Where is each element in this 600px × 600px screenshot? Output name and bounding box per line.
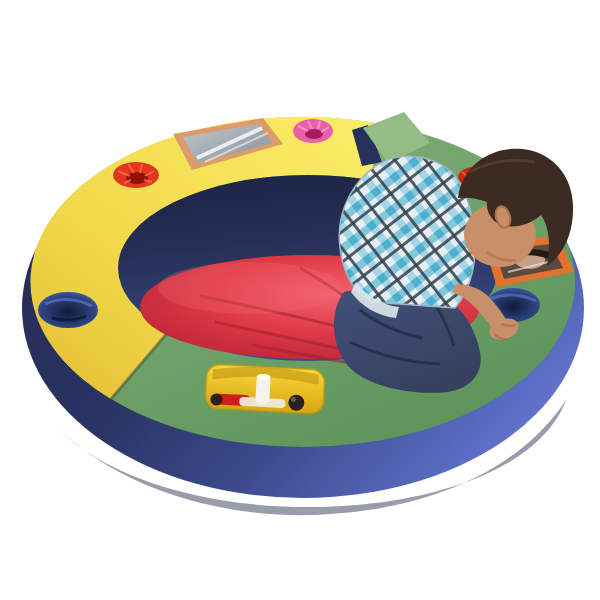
- left-pocket-hole: [38, 292, 98, 328]
- mat-sheen: [158, 262, 342, 314]
- red-flower-funnel: [113, 162, 159, 188]
- bead-toy-pocket: [205, 364, 325, 414]
- product-photo: [0, 0, 600, 600]
- soft-play-ring-scene: [0, 0, 600, 600]
- pink-flower-funnel: [293, 119, 333, 143]
